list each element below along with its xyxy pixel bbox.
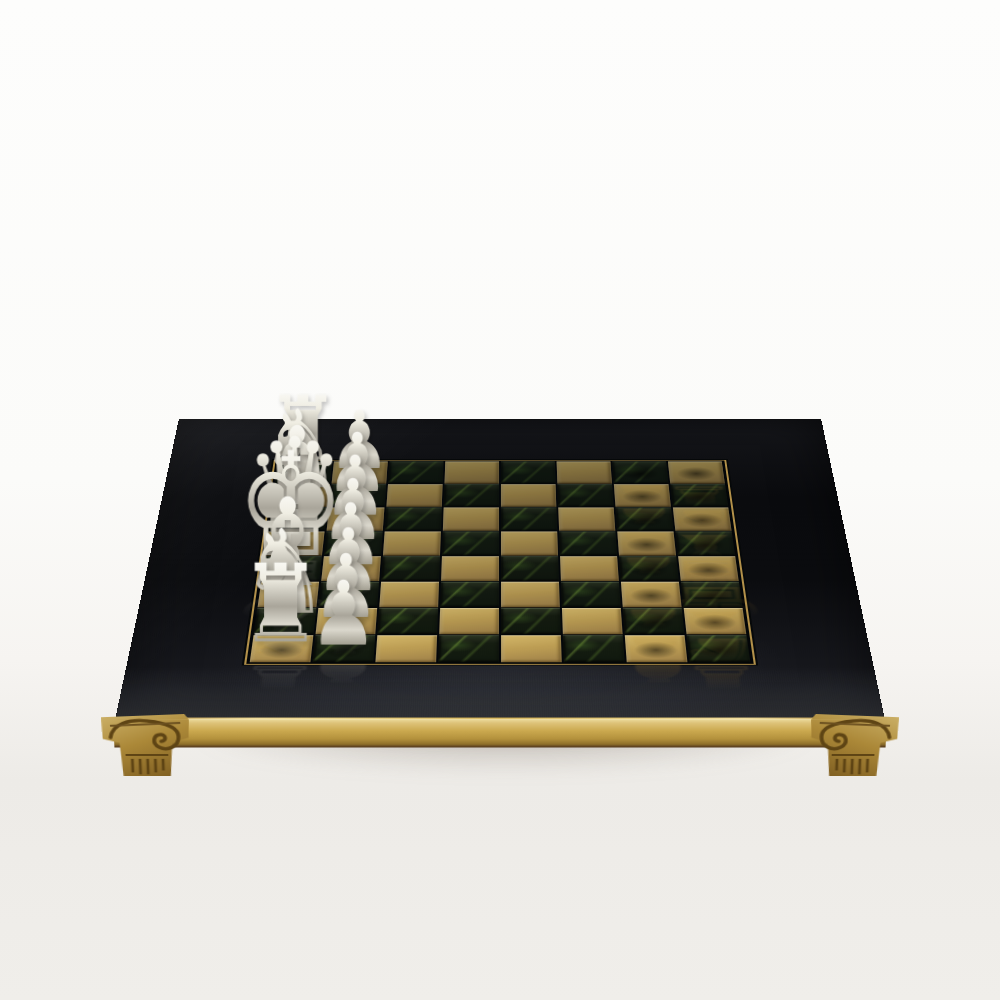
square-h8: ♜ [687, 635, 751, 662]
square-h5 [501, 635, 562, 662]
square-distance-shading [444, 484, 499, 506]
square-distance-shading [501, 508, 557, 531]
square-f5 [501, 582, 560, 607]
foot-ornament [101, 714, 191, 776]
square-distance-shading [438, 635, 499, 662]
square-f4 [440, 582, 499, 607]
front-right-foot [809, 714, 899, 776]
square-c4 [443, 508, 499, 531]
perspective-stage: ♜♟♟♜♞♟♟♞♝♟♟♝♛♟♟♛♚♟♟♚♝♟♟♝♞♟♟♞♜♟♟♜ ♜♟♟♜♞♟♟… [0, 0, 1000, 1000]
square-a5 [501, 462, 556, 484]
foot-ornament [809, 714, 899, 776]
square-h2: ♟ [313, 635, 376, 662]
board-top-lacquer: ♜♟♟♜♞♟♟♞♝♟♟♝♛♟♟♛♚♟♟♚♝♟♟♝♞♟♟♞♜♟♟♜ ♜♟♟♜♞♟♟… [115, 419, 884, 719]
black-rook-h8: ♜ [629, 550, 810, 658]
white-pawn-h2: ♟ [253, 569, 434, 658]
rook-glyph: ♜ [678, 550, 761, 658]
square-distance-shading [439, 608, 499, 634]
square-distance-shading [501, 608, 561, 634]
square-distance-shading [443, 508, 499, 531]
front-left-foot [101, 714, 191, 776]
square-h4 [438, 635, 499, 662]
square-c5 [501, 508, 557, 531]
volute-scroll-icon [809, 714, 899, 776]
square-distance-shading [501, 462, 556, 484]
product-photo-scene: ♜♟♟♜♞♟♟♞♝♟♟♝♛♟♟♛♚♟♟♚♝♟♟♝♞♟♟♞♜♟♟♜ ♜♟♟♜♞♟♟… [0, 0, 1000, 1000]
volute-scroll-icon [101, 714, 191, 776]
square-b5 [501, 484, 556, 506]
square-g4 [439, 608, 499, 634]
square-distance-shading [501, 582, 560, 607]
pawn-glyph: ♟ [309, 569, 377, 658]
chess-board: ♜♟♟♜♞♟♟♞♝♟♟♝♛♟♟♛♚♟♟♚♝♟♟♝♞♟♟♞♜♟♟♜ ♜♟♟♜♞♟♟… [115, 419, 884, 719]
square-distance-shading [501, 635, 562, 662]
square-distance-shading [440, 582, 499, 607]
square-b4 [444, 484, 499, 506]
square-distance-shading [501, 484, 556, 506]
square-distance-shading [445, 462, 500, 484]
square-a4 [445, 462, 500, 484]
square-g5 [501, 608, 561, 634]
front-brass-apron [113, 718, 887, 747]
